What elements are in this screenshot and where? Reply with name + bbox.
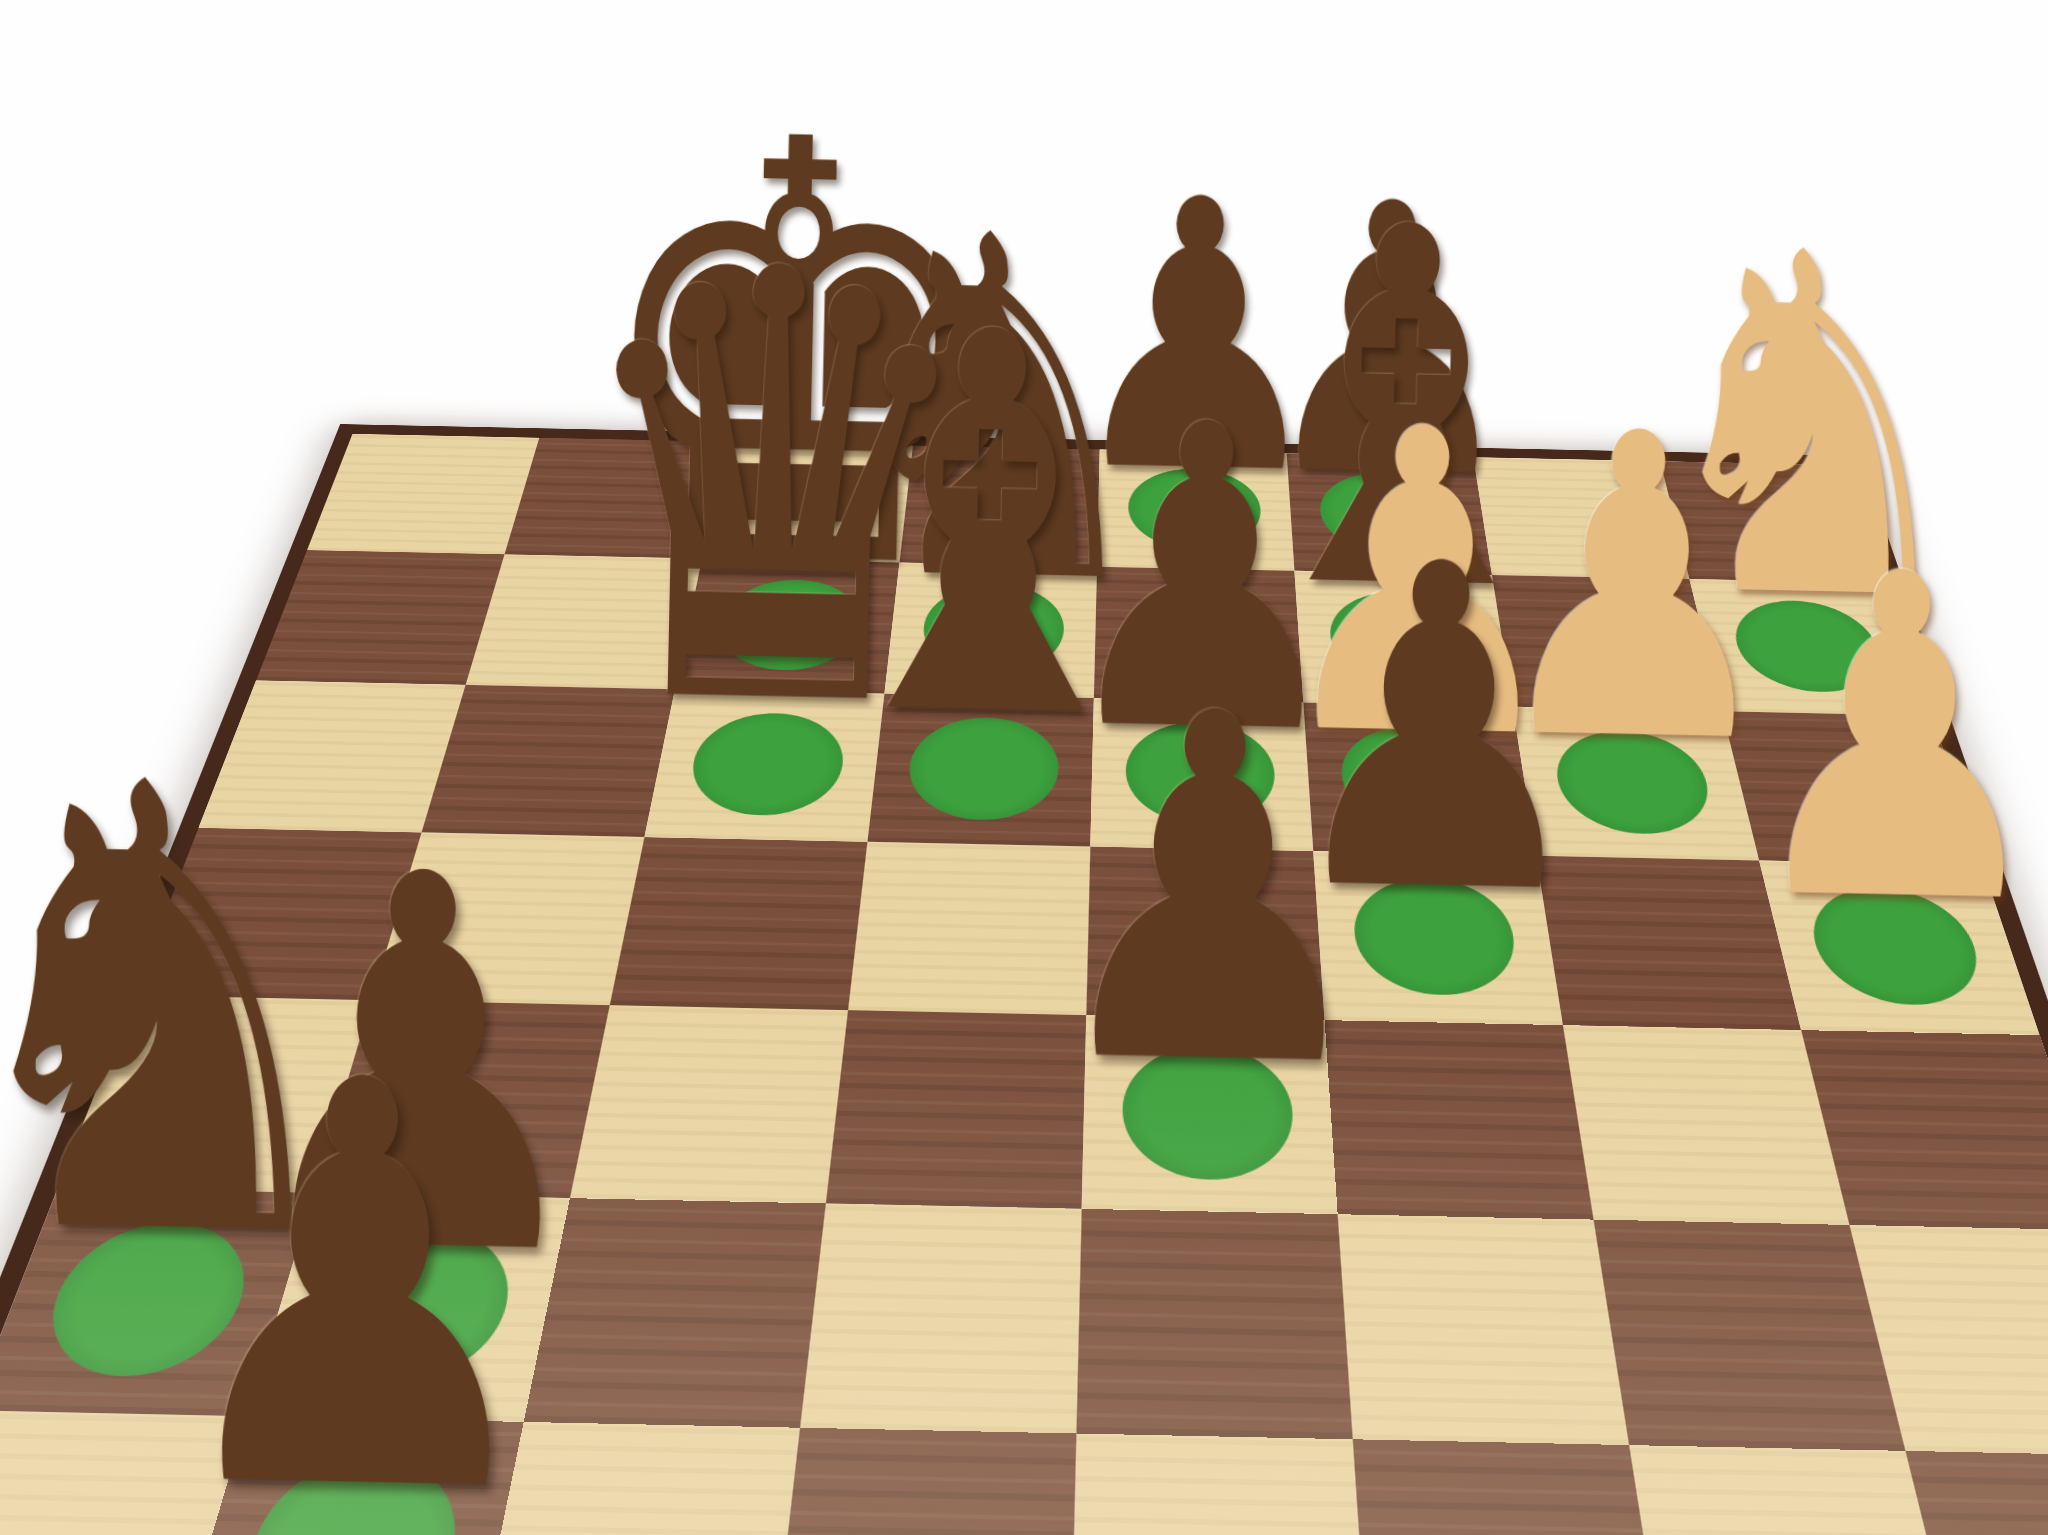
- square-f3[interactable]: ♛: [644, 689, 884, 841]
- square-e6[interactable]: [800, 1204, 1082, 1434]
- square-a7[interactable]: [1905, 1451, 2048, 1535]
- square-a4[interactable]: ♟: [1759, 860, 2039, 1035]
- square-d7[interactable]: [1070, 1434, 1370, 1535]
- square-d5[interactable]: ♟: [1082, 1015, 1338, 1214]
- board-perspective-wrapper: ♟♟♚♞♝♞♛♝♟♟♟♟♟♟♞♟♟: [0, 0, 2048, 1535]
- square-d6[interactable]: [1076, 1209, 1352, 1439]
- square-c7[interactable]: [1353, 1439, 1671, 1535]
- piece-black-pawn-g7[interactable]: ♟: [0, 1024, 748, 1535]
- square-c6[interactable]: [1338, 1214, 1629, 1445]
- square-a5[interactable]: [1801, 1030, 2048, 1230]
- chess-board: ♟♟♚♞♝♞♛♝♟♟♟♟♟♟♞♟♟: [0, 424, 2048, 1535]
- chess-board-photo: ♟♟♚♞♝♞♛♝♟♟♟♟♟♟♞♟♟: [0, 0, 2048, 1535]
- square-b6[interactable]: [1594, 1220, 1906, 1451]
- piece-black-pawn-d5[interactable]: ♟: [878, 665, 1545, 1118]
- square-e7[interactable]: [770, 1428, 1077, 1535]
- square-g7[interactable]: ♟: [169, 1416, 524, 1535]
- piece-white-pawn-a4[interactable]: ♟: [1588, 528, 2048, 951]
